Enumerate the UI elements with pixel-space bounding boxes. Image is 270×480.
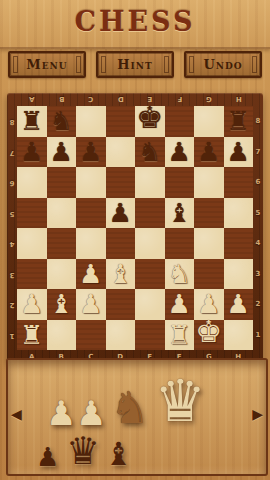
square-b7[interactable]: ♟ bbox=[47, 137, 77, 168]
square-g6[interactable] bbox=[194, 167, 224, 198]
file-label-h: H bbox=[224, 93, 254, 106]
square-h3[interactable] bbox=[224, 259, 254, 290]
square-c1[interactable] bbox=[76, 320, 106, 351]
square-b1[interactable] bbox=[47, 320, 77, 351]
piece-black-bishop: ♝ bbox=[168, 198, 191, 228]
captured-pieces-tray: ◀ ▶ ♟♟♞♛♟♛♝ bbox=[6, 358, 268, 476]
square-d3[interactable]: ♝ bbox=[106, 259, 136, 290]
piece-white-pawn: ♟ bbox=[79, 259, 102, 289]
square-d6[interactable] bbox=[106, 167, 136, 198]
square-h8[interactable]: ♜ bbox=[224, 106, 254, 137]
square-d8[interactable] bbox=[106, 106, 136, 137]
square-c7[interactable]: ♟ bbox=[76, 137, 106, 168]
square-e2[interactable] bbox=[135, 289, 165, 320]
square-c4[interactable] bbox=[76, 228, 106, 259]
square-b5[interactable] bbox=[47, 198, 77, 229]
square-e6[interactable] bbox=[135, 167, 165, 198]
square-e8[interactable]: ♚ bbox=[135, 106, 165, 137]
rank-label-8: 8 bbox=[253, 106, 263, 137]
rank-label-3: 3 bbox=[253, 259, 263, 290]
piece-black-pawn: ♟ bbox=[109, 198, 132, 228]
square-h7[interactable]: ♟ bbox=[224, 137, 254, 168]
square-e4[interactable] bbox=[135, 228, 165, 259]
piece-white-knight: ♞ bbox=[168, 259, 191, 289]
square-f5[interactable]: ♝ bbox=[165, 198, 195, 229]
piece-black-knight: ♞ bbox=[138, 137, 161, 167]
square-c6[interactable] bbox=[76, 167, 106, 198]
square-g2[interactable]: ♟ bbox=[194, 289, 224, 320]
square-b2[interactable]: ♝ bbox=[47, 289, 77, 320]
title-banner: CHESS bbox=[0, 0, 270, 49]
file-label-g: G bbox=[194, 93, 224, 106]
captured-black-bishop: ♝ bbox=[104, 438, 133, 470]
square-f4[interactable] bbox=[165, 228, 195, 259]
piece-black-king: ♚ bbox=[136, 103, 163, 133]
captured-white-pawn: ♟ bbox=[76, 396, 106, 430]
square-c3[interactable]: ♟ bbox=[76, 259, 106, 290]
square-a8[interactable]: ♜ bbox=[17, 106, 47, 137]
file-label-b: B bbox=[47, 93, 77, 106]
square-a4[interactable] bbox=[17, 228, 47, 259]
square-g7[interactable]: ♟ bbox=[194, 137, 224, 168]
file-label-f: F bbox=[165, 93, 195, 106]
piece-white-pawn: ♟ bbox=[227, 289, 250, 319]
scroll-left-icon[interactable]: ◀ bbox=[11, 406, 22, 422]
captured-black-queen: ♛ bbox=[66, 432, 100, 470]
square-g3[interactable] bbox=[194, 259, 224, 290]
square-e3[interactable] bbox=[135, 259, 165, 290]
piece-white-pawn: ♟ bbox=[168, 289, 191, 319]
square-d2[interactable] bbox=[106, 289, 136, 320]
square-g1[interactable]: ♚ bbox=[194, 320, 224, 351]
square-a1[interactable]: ♜ bbox=[17, 320, 47, 351]
square-h6[interactable] bbox=[224, 167, 254, 198]
square-g5[interactable] bbox=[194, 198, 224, 229]
rank-label-8: 8 bbox=[7, 106, 17, 137]
square-f2[interactable]: ♟ bbox=[165, 289, 195, 320]
toolbar: Menu Hint Undo bbox=[8, 51, 262, 78]
piece-black-rook: ♜ bbox=[227, 106, 250, 136]
piece-black-pawn: ♟ bbox=[20, 137, 43, 167]
piece-black-rook: ♜ bbox=[20, 106, 43, 136]
square-a7[interactable]: ♟ bbox=[17, 137, 47, 168]
rank-label-3: 3 bbox=[7, 259, 17, 290]
app-screen: CHESS Menu Hint Undo ABCDEFGH ABCDEFGH 8… bbox=[0, 0, 270, 480]
rank-label-4: 4 bbox=[7, 228, 17, 259]
piece-black-pawn: ♟ bbox=[50, 137, 73, 167]
piece-white-pawn: ♟ bbox=[20, 289, 43, 319]
square-h1[interactable] bbox=[224, 320, 254, 351]
square-h2[interactable]: ♟ bbox=[224, 289, 254, 320]
captured-white-knight: ♞ bbox=[110, 386, 149, 430]
square-c2[interactable]: ♟ bbox=[76, 289, 106, 320]
piece-white-pawn: ♟ bbox=[79, 289, 102, 319]
piece-white-king: ♚ bbox=[195, 317, 222, 347]
rank-label-5: 5 bbox=[253, 198, 263, 229]
square-a3[interactable] bbox=[17, 259, 47, 290]
square-f3[interactable]: ♞ bbox=[165, 259, 195, 290]
square-b6[interactable] bbox=[47, 167, 77, 198]
square-c5[interactable] bbox=[76, 198, 106, 229]
square-b4[interactable] bbox=[47, 228, 77, 259]
square-h5[interactable] bbox=[224, 198, 254, 229]
square-e5[interactable] bbox=[135, 198, 165, 229]
square-f8[interactable] bbox=[165, 106, 195, 137]
rank-label-4: 4 bbox=[253, 228, 263, 259]
piece-white-rook: ♜ bbox=[20, 320, 43, 350]
file-labels-top: ABCDEFGH bbox=[17, 93, 253, 106]
file-label-c: C bbox=[76, 93, 106, 106]
square-f1[interactable]: ♜ bbox=[165, 320, 195, 351]
rank-label-1: 1 bbox=[253, 320, 263, 351]
piece-black-knight: ♞ bbox=[50, 106, 73, 136]
rank-label-2: 2 bbox=[7, 289, 17, 320]
square-d5[interactable]: ♟ bbox=[106, 198, 136, 229]
square-e1[interactable] bbox=[135, 320, 165, 351]
undo-button[interactable]: Undo bbox=[184, 51, 262, 78]
piece-white-bishop: ♝ bbox=[50, 289, 73, 319]
square-g8[interactable] bbox=[194, 106, 224, 137]
square-d1[interactable] bbox=[106, 320, 136, 351]
square-a5[interactable] bbox=[17, 198, 47, 229]
piece-white-pawn: ♟ bbox=[197, 289, 220, 319]
rank-labels-right: 87654321 bbox=[253, 106, 263, 350]
rank-label-5: 5 bbox=[7, 198, 17, 229]
app-title: CHESS bbox=[0, 6, 270, 37]
square-c8[interactable] bbox=[76, 106, 106, 137]
square-b8[interactable]: ♞ bbox=[47, 106, 77, 137]
menu-button[interactable]: Menu bbox=[8, 51, 86, 78]
board-grid: ♜♞♚♜♟♟♟♞♟♟♟♟♝♟♝♞♟♝♟♟♟♟♜♜♚ bbox=[17, 106, 253, 350]
rank-labels-left: 87654321 bbox=[7, 106, 17, 350]
scroll-right-icon[interactable]: ▶ bbox=[252, 406, 263, 422]
captured-black-pawn: ♟ bbox=[36, 444, 59, 470]
square-d4[interactable] bbox=[106, 228, 136, 259]
piece-white-bishop: ♝ bbox=[109, 259, 132, 289]
square-h4[interactable] bbox=[224, 228, 254, 259]
piece-black-pawn: ♟ bbox=[227, 137, 250, 167]
piece-black-pawn: ♟ bbox=[79, 137, 102, 167]
square-e7[interactable]: ♞ bbox=[135, 137, 165, 168]
rank-label-6: 6 bbox=[7, 167, 17, 198]
piece-black-pawn: ♟ bbox=[168, 137, 191, 167]
rank-label-7: 7 bbox=[253, 137, 263, 168]
square-d7[interactable] bbox=[106, 137, 136, 168]
rank-label-7: 7 bbox=[7, 137, 17, 168]
captured-white-pawn: ♟ bbox=[46, 396, 76, 430]
piece-white-rook: ♜ bbox=[168, 320, 191, 350]
piece-black-pawn: ♟ bbox=[197, 137, 220, 167]
file-label-a: A bbox=[17, 93, 47, 106]
rank-label-1: 1 bbox=[7, 320, 17, 351]
square-a6[interactable] bbox=[17, 167, 47, 198]
square-f6[interactable] bbox=[165, 167, 195, 198]
chess-board: ABCDEFGH ABCDEFGH 87654321 87654321 ♜♞♚♜… bbox=[7, 93, 263, 363]
captured-white-queen: ♛ bbox=[154, 372, 206, 430]
rank-label-6: 6 bbox=[253, 167, 263, 198]
file-label-e: E bbox=[135, 93, 165, 106]
rank-label-2: 2 bbox=[253, 289, 263, 320]
square-a2[interactable]: ♟ bbox=[17, 289, 47, 320]
square-f7[interactable]: ♟ bbox=[165, 137, 195, 168]
square-b3[interactable] bbox=[47, 259, 77, 290]
file-label-d: D bbox=[106, 93, 136, 106]
hint-button[interactable]: Hint bbox=[96, 51, 174, 78]
square-g4[interactable] bbox=[194, 228, 224, 259]
